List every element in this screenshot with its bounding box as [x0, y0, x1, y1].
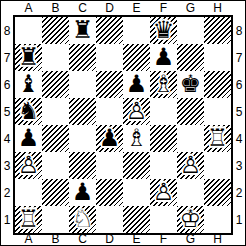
square-c6[interactable] [69, 71, 96, 98]
square-g3[interactable]: ♟♙ [177, 152, 204, 179]
piece-white-rook: ♜♖ [15, 206, 42, 233]
square-g1[interactable]: ♚♔ [177, 206, 204, 233]
square-g4[interactable] [177, 125, 204, 152]
square-e2[interactable] [123, 179, 150, 206]
square-a2[interactable] [15, 179, 42, 206]
square-d3[interactable] [96, 152, 123, 179]
rank-label-2: 2 [1, 179, 13, 206]
piece-black-pawn: ♟ [96, 125, 123, 152]
rank-label-7: 7 [1, 44, 13, 71]
square-c7[interactable] [69, 44, 96, 71]
square-d4[interactable]: ♟ [96, 125, 123, 152]
square-h1[interactable] [204, 206, 231, 233]
square-f4[interactable] [150, 125, 177, 152]
square-a6[interactable]: ♝ [15, 71, 42, 98]
piece-white-knight: ♞♘ [69, 206, 96, 233]
piece-black-pawn: ♟ [150, 44, 177, 71]
square-b1[interactable] [42, 206, 69, 233]
piece-white-pawn: ♟♙ [150, 179, 177, 206]
square-h4[interactable]: ♜♖ [204, 125, 231, 152]
file-label-b: B [42, 1, 69, 15]
rank-label-3: 3 [233, 152, 245, 179]
square-g8[interactable] [177, 17, 204, 44]
square-f5[interactable] [150, 98, 177, 125]
piece-white-bishop: ♝♗ [123, 125, 150, 152]
rank-label-7: 7 [233, 44, 245, 71]
file-labels-top: ABCDEFGH [15, 1, 231, 15]
file-label-h: H [204, 1, 231, 15]
square-g2[interactable] [177, 179, 204, 206]
piece-white-pawn: ♟♙ [123, 98, 150, 125]
piece-black-knight: ♞ [15, 98, 42, 125]
square-h3[interactable] [204, 152, 231, 179]
piece-black-pawn: ♟ [15, 125, 42, 152]
square-f8[interactable]: ♛ [150, 17, 177, 44]
square-h6[interactable] [204, 71, 231, 98]
square-d6[interactable] [96, 71, 123, 98]
square-e6[interactable]: ♟ [123, 71, 150, 98]
square-d1[interactable] [96, 206, 123, 233]
square-e1[interactable] [123, 206, 150, 233]
square-a4[interactable]: ♟ [15, 125, 42, 152]
rank-label-5: 5 [1, 98, 13, 125]
square-d5[interactable] [96, 98, 123, 125]
square-a5[interactable]: ♞ [15, 98, 42, 125]
square-d7[interactable] [96, 44, 123, 71]
rank-label-5: 5 [233, 98, 245, 125]
rank-label-6: 6 [1, 71, 13, 98]
piece-black-king: ♚ [177, 71, 204, 98]
square-c5[interactable] [69, 98, 96, 125]
square-b4[interactable] [42, 125, 69, 152]
square-e7[interactable] [123, 44, 150, 71]
square-e8[interactable] [123, 17, 150, 44]
rank-label-4: 4 [1, 125, 13, 152]
square-d2[interactable] [96, 179, 123, 206]
square-c1[interactable]: ♞♘ [69, 206, 96, 233]
square-g6[interactable]: ♚ [177, 71, 204, 98]
square-c3[interactable] [69, 152, 96, 179]
square-b3[interactable] [42, 152, 69, 179]
piece-black-pawn: ♟ [69, 179, 96, 206]
square-f7[interactable]: ♟ [150, 44, 177, 71]
piece-white-bishop: ♝♗ [150, 71, 177, 98]
square-a3[interactable]: ♟♙ [15, 152, 42, 179]
square-e5[interactable]: ♟♙ [123, 98, 150, 125]
file-label-e: E [123, 1, 150, 15]
square-b5[interactable] [42, 98, 69, 125]
square-b2[interactable] [42, 179, 69, 206]
piece-white-pawn: ♟♙ [15, 152, 42, 179]
rank-label-4: 4 [233, 125, 245, 152]
square-c2[interactable]: ♟ [69, 179, 96, 206]
file-label-f: F [150, 1, 177, 15]
square-a1[interactable]: ♜♖ [15, 206, 42, 233]
rank-label-1: 1 [1, 206, 13, 233]
file-label-a: A [15, 1, 42, 15]
square-d8[interactable] [96, 17, 123, 44]
square-h8[interactable] [204, 17, 231, 44]
square-g5[interactable] [177, 98, 204, 125]
square-b8[interactable] [42, 17, 69, 44]
file-label-g: G [177, 1, 204, 15]
rank-labels-right: 87654321 [233, 17, 245, 233]
square-g7[interactable] [177, 44, 204, 71]
file-label-c: C [69, 1, 96, 15]
piece-white-pawn: ♟♙ [177, 152, 204, 179]
square-f3[interactable] [150, 152, 177, 179]
rank-label-1: 1 [233, 206, 245, 233]
square-c8[interactable]: ♜ [69, 17, 96, 44]
square-h2[interactable] [204, 179, 231, 206]
square-b6[interactable] [42, 71, 69, 98]
square-h7[interactable] [204, 44, 231, 71]
rank-label-2: 2 [233, 179, 245, 206]
chess-diagram: ABCDEFGH 87654321 87654321 ABCDEFGH ♜♛♜♟… [0, 0, 246, 246]
square-c4[interactable] [69, 125, 96, 152]
square-a8[interactable] [15, 17, 42, 44]
rank-labels-left: 87654321 [1, 17, 13, 233]
square-f6[interactable]: ♝♗ [150, 71, 177, 98]
rank-label-3: 3 [1, 152, 13, 179]
square-a7[interactable]: ♜ [15, 44, 42, 71]
square-b7[interactable] [42, 44, 69, 71]
piece-black-queen: ♛ [150, 17, 177, 44]
piece-white-rook: ♜♖ [204, 125, 231, 152]
piece-black-pawn: ♟ [123, 71, 150, 98]
piece-black-rook: ♜ [15, 44, 42, 71]
rank-label-8: 8 [1, 17, 13, 44]
rank-label-6: 6 [233, 71, 245, 98]
piece-white-king: ♚♔ [177, 206, 204, 233]
square-e4[interactable]: ♝♗ [123, 125, 150, 152]
square-f1[interactable] [150, 206, 177, 233]
chess-board: ♜♛♜♟♝♟♝♗♚♞♟♙♟♟♝♗♜♖♟♙♟♙♟♟♙♜♖♞♘♚♔ [13, 15, 233, 235]
square-f2[interactable]: ♟♙ [150, 179, 177, 206]
rank-label-8: 8 [233, 17, 245, 44]
piece-black-bishop: ♝ [15, 71, 42, 98]
square-e3[interactable] [123, 152, 150, 179]
square-h5[interactable] [204, 98, 231, 125]
piece-black-rook: ♜ [69, 17, 96, 44]
file-label-d: D [96, 1, 123, 15]
